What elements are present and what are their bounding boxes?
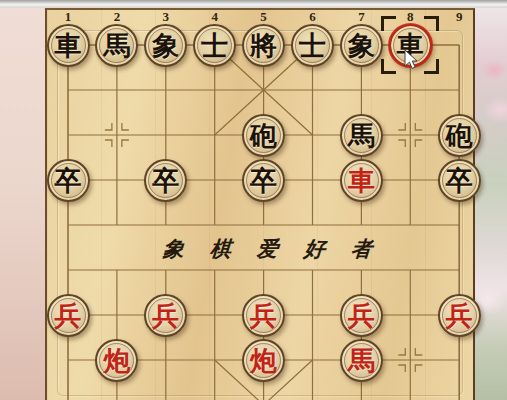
piece-red-pawn-file9[interactable]: 兵	[438, 294, 481, 337]
piece-glyph: 炮	[250, 347, 277, 374]
piece-black-rook-file8[interactable]: 車	[389, 24, 432, 67]
piece-red-cannon-file5[interactable]: 炮	[242, 339, 285, 382]
piece-glyph: 車	[55, 32, 82, 59]
piece-glyph: 將	[250, 32, 277, 59]
piece-glyph: 士	[299, 32, 326, 59]
piece-black-cannon-file9[interactable]: 砲	[438, 114, 481, 157]
piece-glyph: 卒	[446, 167, 473, 194]
piece-black-horse-file7[interactable]: 馬	[340, 114, 383, 157]
piece-black-elephant-file3[interactable]: 象	[144, 24, 187, 67]
top-window-strip	[0, 0, 507, 8]
river-text: 象棋爱好者	[162, 235, 399, 263]
piece-glyph: 馬	[348, 347, 375, 374]
piece-red-horse-file7[interactable]: 馬	[340, 339, 383, 382]
piece-glyph: 士	[201, 32, 228, 59]
piece-black-advisor-file4[interactable]: 士	[193, 24, 236, 67]
piece-red-pawn-file1[interactable]: 兵	[47, 294, 90, 337]
piece-red-pawn-file5[interactable]: 兵	[242, 294, 285, 337]
piece-glyph: 卒	[152, 167, 179, 194]
piece-black-cannon-file5[interactable]: 砲	[242, 114, 285, 157]
piece-glyph: 馬	[348, 122, 375, 149]
piece-black-pawn-file9[interactable]: 卒	[438, 159, 481, 202]
piece-red-pawn-file7[interactable]: 兵	[340, 294, 383, 337]
piece-black-pawn-file1[interactable]: 卒	[47, 159, 90, 202]
column-label-1: 1	[65, 9, 72, 25]
piece-glyph: 象	[152, 32, 179, 59]
piece-glyph: 兵	[55, 302, 82, 329]
piece-glyph: 卒	[250, 167, 277, 194]
piece-black-elephant-file7[interactable]: 象	[340, 24, 383, 67]
blossom-background	[474, 0, 507, 400]
column-label-6: 6	[309, 9, 316, 25]
piece-glyph: 象	[348, 32, 375, 59]
column-label-9: 9	[456, 9, 463, 25]
piece-glyph: 兵	[152, 302, 179, 329]
piece-glyph: 兵	[348, 302, 375, 329]
piece-red-rook-file7[interactable]: 車	[340, 159, 383, 202]
piece-black-advisor-file6[interactable]: 士	[291, 24, 334, 67]
piece-glyph: 車	[397, 32, 424, 59]
piece-black-general-file5[interactable]: 將	[242, 24, 285, 67]
piece-glyph: 卒	[55, 167, 82, 194]
column-label-4: 4	[211, 9, 218, 25]
piece-glyph: 馬	[103, 32, 130, 59]
piece-glyph: 車	[348, 167, 375, 194]
left-background-strip	[0, 0, 46, 400]
piece-red-cannon-file2[interactable]: 炮	[95, 339, 138, 382]
xiangqi-app-screen: 123456789 象棋爱好者 車馬象士將士象車砲馬砲卒卒卒車卒兵兵兵兵兵炮炮馬	[0, 0, 507, 400]
column-label-3: 3	[163, 9, 170, 25]
column-label-8: 8	[407, 9, 414, 25]
piece-black-pawn-file3[interactable]: 卒	[144, 159, 187, 202]
piece-glyph: 兵	[250, 302, 277, 329]
column-label-2: 2	[114, 9, 121, 25]
piece-black-horse-file2[interactable]: 馬	[95, 24, 138, 67]
piece-glyph: 砲	[250, 122, 277, 149]
piece-glyph: 砲	[446, 122, 473, 149]
piece-black-pawn-file5[interactable]: 卒	[242, 159, 285, 202]
piece-glyph: 兵	[446, 302, 473, 329]
piece-glyph: 炮	[103, 347, 130, 374]
piece-black-rook-file1[interactable]: 車	[47, 24, 90, 67]
column-label-7: 7	[358, 9, 365, 25]
column-label-5: 5	[260, 9, 267, 25]
piece-red-pawn-file3[interactable]: 兵	[144, 294, 187, 337]
